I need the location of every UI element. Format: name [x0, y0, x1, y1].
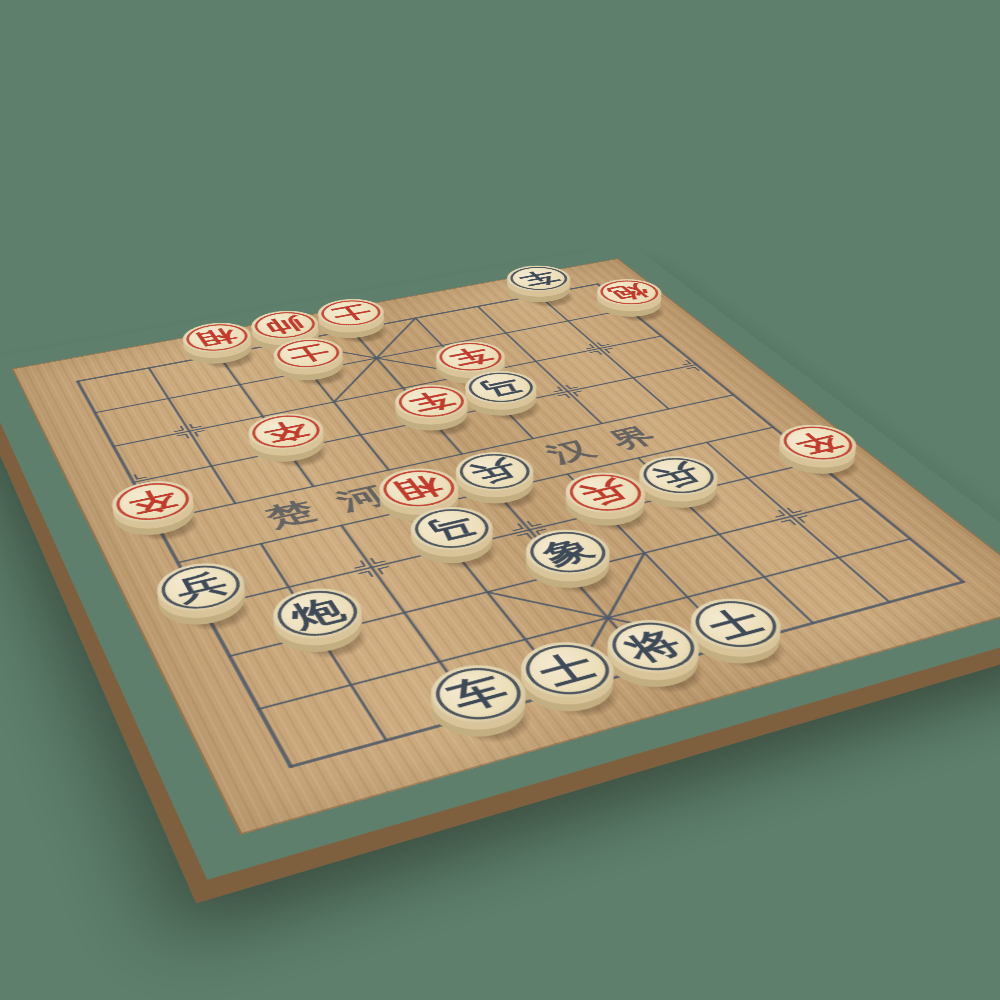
piece-black-elephant[interactable]: 象	[509, 541, 627, 605]
piece-red-advisor[interactable]: 士	[263, 350, 355, 393]
piece-red-cannon[interactable]: 炮	[583, 291, 675, 329]
piece-black-soldier[interactable]: 兵	[147, 575, 260, 643]
scene: 楚河汉界 相帅士士炮车车卒卒相兵卒车马兵马兵兵象炮车士将士	[0, 0, 1000, 1000]
piece-red-soldier[interactable]: 卒	[238, 425, 338, 476]
piece-red-chariot[interactable]: 车	[382, 397, 481, 445]
board-frame: 楚河汉界 相帅士士炮车车卒卒相兵卒车马兵马兵兵象炮车士将士	[0, 244, 1000, 880]
pieces-layer: 相帅士士炮车车卒卒相兵卒车马兵马兵兵象炮车士将士	[11, 258, 1000, 835]
piece-black-horse[interactable]: 马	[396, 519, 509, 580]
piece-black-chariot[interactable]: 车	[414, 676, 544, 756]
piece-red-elephant[interactable]: 相	[174, 335, 263, 377]
piece-red-soldier[interactable]: 卒	[103, 493, 207, 551]
board-surface: 楚河汉界 相帅士士炮车车卒卒相兵卒车马兵马兵兵象炮车士将士	[11, 258, 1000, 835]
piece-red-soldier[interactable]: 卒	[761, 437, 872, 489]
piece-black-chariot[interactable]: 车	[494, 277, 583, 313]
piece-black-cannon[interactable]: 炮	[260, 600, 379, 671]
